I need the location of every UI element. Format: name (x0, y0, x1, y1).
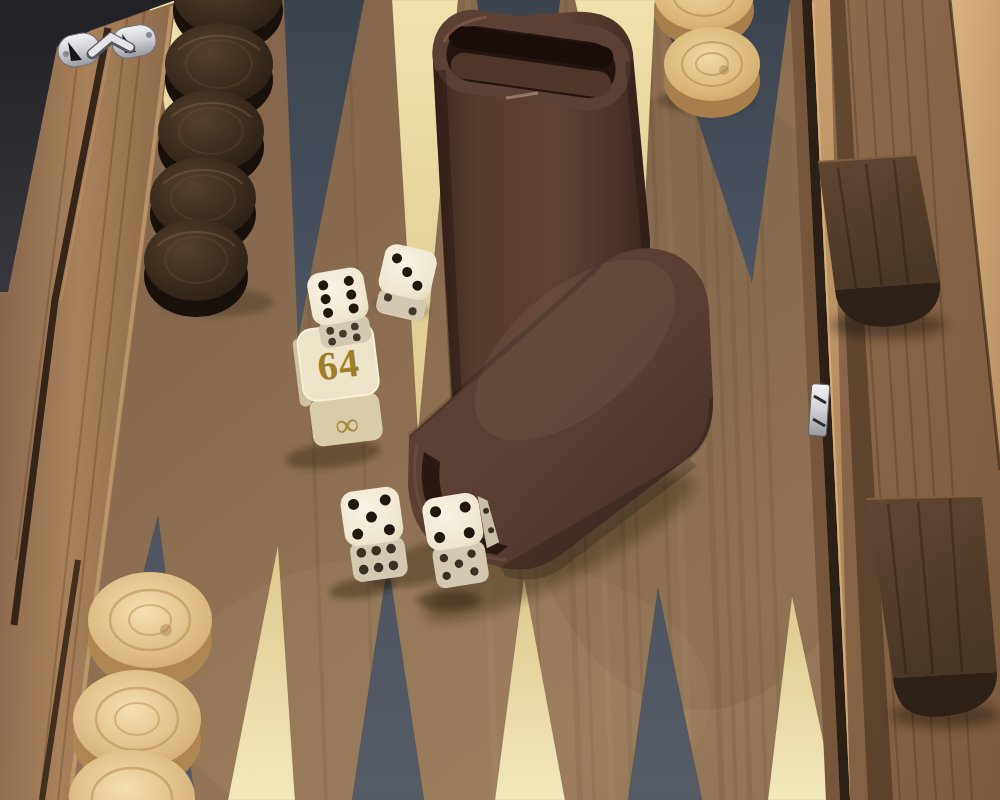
light-checker[interactable] (88, 572, 212, 688)
doubling-cube-infinity: ∞ (333, 405, 360, 444)
dark-checker[interactable] (144, 219, 248, 317)
backgammon-board-photo: 64 ∞ (0, 0, 1000, 800)
rail-hinge-icon (808, 383, 830, 436)
light-checker[interactable] (664, 27, 760, 118)
doubling-cube-value: 64 (315, 340, 362, 390)
